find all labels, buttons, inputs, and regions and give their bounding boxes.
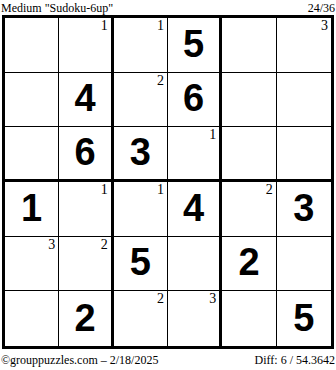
cell-r1c1[interactable] [5,18,59,73]
cell-r4c6[interactable]: 3 [277,182,331,237]
cell-r5c2[interactable]: 2 [59,237,113,292]
cell-r6c3[interactable]: 2 [114,291,168,346]
cell-value: 5 [130,243,151,281]
cell-value: 6 [74,133,95,171]
cell-value: 6 [183,79,204,117]
cell-r5c4[interactable] [168,237,222,292]
cell-r1c2[interactable]: 1 [59,18,113,73]
cell-r3c3[interactable]: 3 [114,127,168,182]
cell-r5c5[interactable]: 2 [222,237,276,292]
cell-value: 5 [293,299,314,337]
cell-r4c5[interactable]: 2 [222,182,276,237]
corner-mark: 1 [157,19,164,33]
cell-value: 1 [21,189,42,227]
cell-r6c2[interactable]: 2 [59,291,113,346]
copyright-text: ©grouppuzzles.com – 2/18/2025 [1,354,158,366]
cell-r1c6[interactable]: 3 [277,18,331,73]
empty-cell-counter: 24/36 [308,2,335,14]
corner-mark: 2 [101,238,108,252]
corner-mark: 1 [157,183,164,197]
cell-r3c1[interactable] [5,127,59,182]
cell-value: 4 [74,79,95,117]
corner-mark: 1 [101,183,108,197]
cell-r1c4[interactable]: 5 [168,18,222,73]
cell-r3c4[interactable]: 1 [168,127,222,182]
cell-r4c4[interactable]: 4 [168,182,222,237]
corner-mark: 3 [48,238,55,252]
corner-mark: 2 [157,292,164,306]
cell-value: 2 [74,299,95,337]
cell-r5c1[interactable]: 3 [5,237,59,292]
cell-r2c5[interactable] [222,73,276,128]
page-title: Medium "Sudoku-6up" [1,2,113,14]
corner-mark: 3 [321,19,328,33]
cell-value: 3 [130,133,151,171]
cell-r1c3[interactable]: 1 [114,18,168,73]
sudoku-board: 115342663111142332522235 [2,15,334,349]
cell-r3c5[interactable] [222,127,276,182]
page-header: Medium "Sudoku-6up" 24/36 [0,0,336,15]
corner-mark: 1 [209,128,216,142]
cell-value: 5 [183,25,204,63]
cell-value: 4 [183,189,204,227]
difficulty-text: Diff: 6 / 54.3642 [255,354,335,366]
cell-r6c6[interactable]: 5 [277,291,331,346]
cell-r2c2[interactable]: 4 [59,73,113,128]
cell-r2c6[interactable] [277,73,331,128]
cell-r6c4[interactable]: 3 [168,291,222,346]
cell-value: 3 [293,189,314,227]
corner-mark: 2 [157,74,164,88]
corner-mark: 2 [266,183,273,197]
cell-r6c1[interactable] [5,291,59,346]
corner-mark: 3 [209,292,216,306]
corner-mark: 1 [101,19,108,33]
cell-r4c3[interactable]: 1 [114,182,168,237]
cell-r4c2[interactable]: 1 [59,182,113,237]
cell-r3c2[interactable]: 6 [59,127,113,182]
cell-r1c5[interactable] [222,18,276,73]
cell-r3c6[interactable] [277,127,331,182]
cell-r5c6[interactable] [277,237,331,292]
page-footer: ©grouppuzzles.com – 2/18/2025 Diff: 6 / … [0,349,336,370]
cell-r2c3[interactable]: 2 [114,73,168,128]
cell-r6c5[interactable] [222,291,276,346]
cell-r4c1[interactable]: 1 [5,182,59,237]
cell-value: 2 [238,243,259,281]
cell-r2c4[interactable]: 6 [168,73,222,128]
cell-r2c1[interactable] [5,73,59,128]
cell-r5c3[interactable]: 5 [114,237,168,292]
